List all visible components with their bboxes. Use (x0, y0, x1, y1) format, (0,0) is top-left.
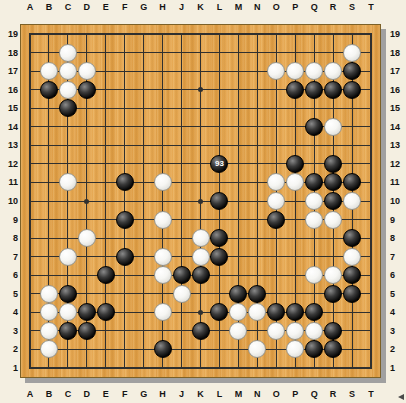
stone-black[interactable] (116, 211, 134, 229)
stone-white[interactable] (229, 322, 247, 340)
stone-black[interactable] (343, 266, 361, 284)
row-label-right: 10 (390, 195, 406, 207)
stone-white[interactable] (267, 62, 285, 80)
column-label-bottom: S (343, 388, 361, 400)
stone-white[interactable] (40, 62, 58, 80)
go-board[interactable]: 93 (20, 24, 381, 378)
stone-white[interactable] (343, 192, 361, 210)
stone-black[interactable] (97, 303, 115, 321)
stone-black[interactable] (267, 211, 285, 229)
row-label-left: 18 (1, 47, 18, 59)
column-label-top: J (173, 1, 191, 13)
star-point (198, 87, 203, 92)
row-label-right: 4 (390, 306, 406, 318)
stone-white[interactable] (40, 285, 58, 303)
stone-white[interactable] (267, 173, 285, 191)
column-label-bottom: P (286, 388, 304, 400)
column-label-top: R (324, 1, 342, 13)
row-label-left: 11 (1, 176, 18, 188)
corner-cursor-mark (398, 394, 404, 400)
stone-white[interactable] (305, 62, 323, 80)
stone-white[interactable] (173, 285, 191, 303)
row-label-left: 17 (1, 65, 18, 77)
stone-black[interactable] (343, 173, 361, 191)
stone-black[interactable] (324, 322, 342, 340)
column-label-top: D (78, 1, 96, 13)
row-label-right: 8 (390, 232, 406, 244)
stone-black[interactable] (210, 303, 228, 321)
stone-white[interactable] (343, 44, 361, 62)
stone-white[interactable] (40, 303, 58, 321)
stone-white[interactable] (154, 303, 172, 321)
stone-black[interactable] (305, 118, 323, 136)
stone-black[interactable] (59, 99, 77, 117)
row-label-right: 14 (390, 121, 406, 133)
column-label-top: A (21, 1, 39, 13)
column-label-top: M (229, 1, 247, 13)
stone-black[interactable] (210, 229, 228, 247)
row-label-left: 16 (1, 84, 18, 96)
stone-white[interactable] (248, 340, 266, 358)
column-label-top: S (343, 1, 361, 13)
star-point (198, 199, 203, 204)
stone-white[interactable] (40, 322, 58, 340)
stone-black[interactable] (78, 81, 96, 99)
column-label-bottom: L (210, 388, 228, 400)
stone-black-move-93[interactable]: 93 (210, 155, 228, 173)
row-label-left: 1 (1, 362, 18, 374)
row-label-left: 5 (1, 288, 18, 300)
stone-white[interactable] (324, 266, 342, 284)
column-label-bottom: H (154, 388, 172, 400)
stone-black[interactable] (173, 266, 191, 284)
column-label-bottom: Q (305, 388, 323, 400)
stone-black[interactable] (343, 81, 361, 99)
column-label-top: G (135, 1, 153, 13)
stone-white[interactable] (286, 340, 304, 358)
stone-white[interactable] (154, 173, 172, 191)
stone-white[interactable] (324, 62, 342, 80)
stone-white[interactable] (343, 248, 361, 266)
column-label-bottom: J (173, 388, 191, 400)
stone-white[interactable] (324, 211, 342, 229)
row-label-left: 8 (1, 232, 18, 244)
stone-white[interactable] (248, 303, 266, 321)
column-label-top: O (267, 1, 285, 13)
grid-line-horizontal (29, 293, 372, 294)
stone-black[interactable] (324, 173, 342, 191)
stone-black[interactable] (210, 192, 228, 210)
stone-black[interactable] (192, 322, 210, 340)
stone-white[interactable] (286, 173, 304, 191)
stone-white[interactable] (305, 211, 323, 229)
row-label-right: 5 (390, 288, 406, 300)
stone-black[interactable] (305, 303, 323, 321)
stone-white[interactable] (305, 266, 323, 284)
column-label-bottom: K (192, 388, 210, 400)
column-label-top: L (210, 1, 228, 13)
stone-white[interactable] (59, 81, 77, 99)
stone-black[interactable] (78, 322, 96, 340)
row-label-right: 9 (390, 214, 406, 226)
stone-black[interactable] (305, 340, 323, 358)
stone-white[interactable] (192, 229, 210, 247)
column-label-top: P (286, 1, 304, 13)
stone-white[interactable] (229, 303, 247, 321)
star-point (84, 199, 89, 204)
column-label-bottom: N (248, 388, 266, 400)
row-label-right: 18 (390, 47, 406, 59)
column-label-top: K (192, 1, 210, 13)
column-label-top: B (40, 1, 58, 13)
row-label-left: 15 (1, 102, 18, 114)
column-label-bottom: C (59, 388, 77, 400)
stone-white[interactable] (267, 322, 285, 340)
stone-black[interactable] (324, 285, 342, 303)
row-label-right: 2 (390, 343, 406, 355)
stone-black[interactable] (343, 62, 361, 80)
stone-black[interactable] (210, 248, 228, 266)
row-label-right: 13 (390, 139, 406, 151)
column-label-top: H (154, 1, 172, 13)
stone-white[interactable] (286, 322, 304, 340)
column-label-bottom: T (362, 388, 380, 400)
stone-white[interactable] (324, 118, 342, 136)
stone-white[interactable] (59, 44, 77, 62)
grid-line-vertical (370, 33, 372, 369)
row-label-right: 6 (390, 269, 406, 281)
row-label-left: 14 (1, 121, 18, 133)
row-label-right: 12 (390, 158, 406, 170)
stone-white[interactable] (59, 62, 77, 80)
column-label-top: F (116, 1, 134, 13)
stone-black[interactable] (40, 81, 58, 99)
stone-black[interactable] (59, 285, 77, 303)
row-label-right: 19 (390, 28, 406, 40)
stone-black[interactable] (248, 285, 266, 303)
row-label-left: 4 (1, 306, 18, 318)
column-label-top: N (248, 1, 266, 13)
stone-white[interactable] (305, 192, 323, 210)
column-label-bottom: M (229, 388, 247, 400)
stone-black[interactable] (154, 340, 172, 358)
stone-black[interactable] (324, 340, 342, 358)
row-label-left: 3 (1, 325, 18, 337)
row-label-right: 15 (390, 102, 406, 114)
column-label-bottom: E (97, 388, 115, 400)
stone-white[interactable] (59, 173, 77, 191)
stone-black[interactable] (78, 303, 96, 321)
column-label-bottom: A (21, 388, 39, 400)
stone-white[interactable] (154, 211, 172, 229)
stone-black[interactable] (192, 266, 210, 284)
star-point (198, 310, 203, 315)
go-board-panel: ABCDEFGHJKLMNOPQRST ABCDEFGHJKLMNOPQRST … (0, 0, 406, 403)
stone-black[interactable] (229, 285, 247, 303)
row-label-right: 17 (390, 65, 406, 77)
stone-white[interactable] (286, 62, 304, 80)
row-label-right: 11 (390, 176, 406, 188)
column-label-top: T (362, 1, 380, 13)
stone-black[interactable] (305, 173, 323, 191)
stone-black[interactable] (324, 192, 342, 210)
stone-white[interactable] (59, 303, 77, 321)
row-label-right: 3 (390, 325, 406, 337)
row-label-right: 16 (390, 84, 406, 96)
column-label-bottom: B (40, 388, 58, 400)
column-label-bottom: R (324, 388, 342, 400)
row-label-left: 10 (1, 195, 18, 207)
stone-black[interactable] (97, 266, 115, 284)
row-label-left: 12 (1, 158, 18, 170)
stone-white[interactable] (192, 248, 210, 266)
stone-black[interactable] (343, 229, 361, 247)
column-label-bottom: G (135, 388, 153, 400)
column-label-top: Q (305, 1, 323, 13)
column-label-bottom: F (116, 388, 134, 400)
column-label-bottom: O (267, 388, 285, 400)
row-label-right: 7 (390, 251, 406, 263)
stone-black[interactable] (343, 285, 361, 303)
stone-black[interactable] (286, 81, 304, 99)
row-label-left: 13 (1, 139, 18, 151)
move-number-label: 93 (211, 156, 227, 172)
row-label-left: 9 (1, 214, 18, 226)
row-label-left: 19 (1, 28, 18, 40)
column-label-top: C (59, 1, 77, 13)
stone-white[interactable] (305, 322, 323, 340)
stone-black[interactable] (116, 248, 134, 266)
stone-black[interactable] (324, 155, 342, 173)
stone-black[interactable] (116, 173, 134, 191)
stone-black[interactable] (324, 81, 342, 99)
column-label-bottom: D (78, 388, 96, 400)
column-label-top: E (97, 1, 115, 13)
stone-black[interactable] (267, 303, 285, 321)
stone-black[interactable] (305, 81, 323, 99)
stone-white[interactable] (154, 248, 172, 266)
row-label-left: 2 (1, 343, 18, 355)
stone-black[interactable] (286, 303, 304, 321)
row-label-left: 6 (1, 269, 18, 281)
row-label-right: 1 (390, 362, 406, 374)
row-label-left: 7 (1, 251, 18, 263)
stone-black[interactable] (286, 155, 304, 173)
stone-white[interactable] (40, 340, 58, 358)
stone-white[interactable] (78, 62, 96, 80)
stone-white[interactable] (59, 248, 77, 266)
stone-black[interactable] (59, 322, 77, 340)
stone-white[interactable] (267, 192, 285, 210)
stone-white[interactable] (78, 229, 96, 247)
stone-white[interactable] (154, 266, 172, 284)
grid-line-horizontal (29, 367, 372, 369)
